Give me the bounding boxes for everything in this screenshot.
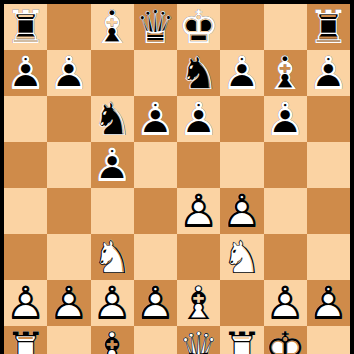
square-d1[interactable]	[134, 326, 177, 354]
piece-black-bishop[interactable]: ♝♗	[264, 50, 307, 96]
square-h8[interactable]: ♜♖	[307, 4, 350, 50]
square-f1[interactable]: ♜♖	[220, 326, 263, 354]
piece-white-bishop[interactable]: ♝♗	[177, 280, 220, 326]
black-pawn-fill-icon: ♟	[265, 96, 306, 142]
square-e7[interactable]: ♞♘	[177, 50, 220, 96]
black-knight-icon: ♘	[178, 50, 219, 96]
square-a3[interactable]	[4, 234, 47, 280]
white-pawn-fill-icon: ♟	[308, 280, 349, 326]
black-pawn-icon: ♙	[5, 50, 46, 96]
black-rook-fill-icon: ♜	[308, 4, 349, 50]
square-g6[interactable]: ♟♙	[264, 96, 307, 142]
chess-board: ♜♖♝♗♛♕♚♔♜♖♟♙♟♙♞♘♟♙♝♗♟♙♞♘♟♙♟♙♟♙♟♙♟♙♟♙♞♘♞♘…	[4, 4, 350, 350]
square-a8[interactable]: ♜♖	[4, 4, 47, 50]
square-g5[interactable]	[264, 142, 307, 188]
black-bishop-icon: ♗	[265, 50, 306, 96]
white-bishop-fill-icon: ♝	[92, 326, 133, 354]
square-c3[interactable]: ♞♘	[91, 234, 134, 280]
square-d8[interactable]: ♛♕	[134, 4, 177, 50]
square-e5[interactable]	[177, 142, 220, 188]
white-rook-fill-icon: ♜	[5, 326, 46, 354]
square-b1[interactable]	[47, 326, 90, 354]
black-pawn-icon: ♙	[308, 50, 349, 96]
square-b2[interactable]: ♟♙	[47, 280, 90, 326]
white-pawn-fill-icon: ♟	[92, 280, 133, 326]
square-b8[interactable]	[47, 4, 90, 50]
square-a1[interactable]: ♜♖	[4, 326, 47, 354]
square-f2[interactable]	[220, 280, 263, 326]
black-king-icon: ♔	[178, 4, 219, 50]
white-pawn-fill-icon: ♟	[178, 188, 219, 234]
white-pawn-icon: ♙	[178, 188, 219, 234]
square-d5[interactable]	[134, 142, 177, 188]
piece-white-pawn[interactable]: ♟♙	[134, 280, 177, 326]
square-d6[interactable]: ♟♙	[134, 96, 177, 142]
white-pawn-fill-icon: ♟	[135, 280, 176, 326]
square-c2[interactable]: ♟♙	[91, 280, 134, 326]
square-c7[interactable]	[91, 50, 134, 96]
square-a2[interactable]: ♟♙	[4, 280, 47, 326]
piece-black-pawn[interactable]: ♟♙	[91, 142, 134, 188]
piece-black-pawn[interactable]: ♟♙	[220, 50, 263, 96]
piece-white-pawn[interactable]: ♟♙	[177, 188, 220, 234]
square-h5[interactable]	[307, 142, 350, 188]
square-d7[interactable]	[134, 50, 177, 96]
square-g8[interactable]	[264, 4, 307, 50]
piece-black-pawn[interactable]: ♟♙	[134, 96, 177, 142]
square-f7[interactable]: ♟♙	[220, 50, 263, 96]
square-a5[interactable]	[4, 142, 47, 188]
square-f5[interactable]	[220, 142, 263, 188]
white-pawn-icon: ♙	[265, 280, 306, 326]
white-knight-icon: ♘	[92, 234, 133, 280]
white-king-fill-icon: ♚	[265, 326, 306, 354]
piece-white-pawn[interactable]: ♟♙	[4, 280, 47, 326]
white-pawn-icon: ♙	[48, 280, 89, 326]
square-h4[interactable]	[307, 188, 350, 234]
square-b3[interactable]	[47, 234, 90, 280]
square-h3[interactable]	[307, 234, 350, 280]
white-king-icon: ♔	[265, 326, 306, 354]
white-pawn-fill-icon: ♟	[48, 280, 89, 326]
piece-white-pawn[interactable]: ♟♙	[47, 280, 90, 326]
square-c8[interactable]: ♝♗	[91, 4, 134, 50]
square-a4[interactable]	[4, 188, 47, 234]
white-pawn-icon: ♙	[308, 280, 349, 326]
piece-black-pawn[interactable]: ♟♙	[307, 50, 350, 96]
square-a7[interactable]: ♟♙	[4, 50, 47, 96]
piece-white-bishop[interactable]: ♝♗	[91, 326, 134, 354]
piece-black-rook[interactable]: ♜♖	[4, 4, 47, 50]
square-f4[interactable]: ♟♙	[220, 188, 263, 234]
square-g2[interactable]: ♟♙	[264, 280, 307, 326]
square-c5[interactable]: ♟♙	[91, 142, 134, 188]
black-queen-icon: ♕	[135, 4, 176, 50]
square-b6[interactable]	[47, 96, 90, 142]
square-d3[interactable]	[134, 234, 177, 280]
piece-white-pawn[interactable]: ♟♙	[307, 280, 350, 326]
square-e2[interactable]: ♝♗	[177, 280, 220, 326]
white-knight-icon: ♘	[221, 234, 262, 280]
square-c6[interactable]: ♞♘	[91, 96, 134, 142]
board-frame: ♜♖♝♗♛♕♚♔♜♖♟♙♟♙♞♘♟♙♝♗♟♙♞♘♟♙♟♙♟♙♟♙♟♙♟♙♞♘♞♘…	[0, 0, 354, 354]
black-pawn-fill-icon: ♟	[48, 50, 89, 96]
black-queen-fill-icon: ♛	[135, 4, 176, 50]
black-pawn-fill-icon: ♟	[221, 50, 262, 96]
piece-black-pawn[interactable]: ♟♙	[177, 96, 220, 142]
piece-black-bishop[interactable]: ♝♗	[91, 4, 134, 50]
black-knight-icon: ♘	[92, 96, 133, 142]
square-e3[interactable]	[177, 234, 220, 280]
white-rook-icon: ♖	[221, 326, 262, 354]
square-a6[interactable]	[4, 96, 47, 142]
piece-white-rook[interactable]: ♜♖	[4, 326, 47, 354]
piece-black-pawn[interactable]: ♟♙	[264, 96, 307, 142]
piece-white-king[interactable]: ♚♔	[264, 326, 307, 354]
black-rook-icon: ♖	[5, 4, 46, 50]
square-c1[interactable]: ♝♗	[91, 326, 134, 354]
square-d2[interactable]: ♟♙	[134, 280, 177, 326]
square-e8[interactable]: ♚♔	[177, 4, 220, 50]
square-h6[interactable]	[307, 96, 350, 142]
black-pawn-icon: ♙	[265, 96, 306, 142]
piece-black-pawn[interactable]: ♟♙	[4, 50, 47, 96]
square-h1[interactable]	[307, 326, 350, 354]
square-f3[interactable]: ♞♘	[220, 234, 263, 280]
black-rook-fill-icon: ♜	[5, 4, 46, 50]
white-rook-fill-icon: ♜	[221, 326, 262, 354]
square-b4[interactable]	[47, 188, 90, 234]
piece-white-pawn[interactable]: ♟♙	[220, 188, 263, 234]
square-e1[interactable]: ♛♕	[177, 326, 220, 354]
square-c4[interactable]	[91, 188, 134, 234]
white-pawn-fill-icon: ♟	[265, 280, 306, 326]
square-f8[interactable]	[220, 4, 263, 50]
black-pawn-icon: ♙	[221, 50, 262, 96]
piece-black-knight[interactable]: ♞♘	[91, 96, 134, 142]
black-bishop-fill-icon: ♝	[265, 50, 306, 96]
white-pawn-fill-icon: ♟	[221, 188, 262, 234]
piece-white-pawn[interactable]: ♟♙	[91, 280, 134, 326]
black-bishop-fill-icon: ♝	[92, 4, 133, 50]
white-knight-fill-icon: ♞	[221, 234, 262, 280]
piece-black-rook[interactable]: ♜♖	[307, 4, 350, 50]
square-h7[interactable]: ♟♙	[307, 50, 350, 96]
square-b7[interactable]: ♟♙	[47, 50, 90, 96]
black-pawn-icon: ♙	[178, 96, 219, 142]
white-pawn-fill-icon: ♟	[5, 280, 46, 326]
square-f6[interactable]	[220, 96, 263, 142]
white-pawn-icon: ♙	[92, 280, 133, 326]
black-pawn-icon: ♙	[48, 50, 89, 96]
square-e6[interactable]: ♟♙	[177, 96, 220, 142]
piece-white-queen[interactable]: ♛♕	[177, 326, 220, 354]
black-knight-fill-icon: ♞	[178, 50, 219, 96]
piece-black-pawn[interactable]: ♟♙	[47, 50, 90, 96]
white-rook-icon: ♖	[5, 326, 46, 354]
white-queen-fill-icon: ♛	[178, 326, 219, 354]
square-g3[interactable]	[264, 234, 307, 280]
square-g1[interactable]: ♚♔	[264, 326, 307, 354]
square-g7[interactable]: ♝♗	[264, 50, 307, 96]
white-pawn-icon: ♙	[135, 280, 176, 326]
black-pawn-icon: ♙	[92, 142, 133, 188]
square-h2[interactable]: ♟♙	[307, 280, 350, 326]
black-rook-icon: ♖	[308, 4, 349, 50]
white-pawn-icon: ♙	[221, 188, 262, 234]
square-d4[interactable]	[134, 188, 177, 234]
white-bishop-icon: ♗	[178, 280, 219, 326]
white-knight-fill-icon: ♞	[92, 234, 133, 280]
black-king-fill-icon: ♚	[178, 4, 219, 50]
black-pawn-fill-icon: ♟	[5, 50, 46, 96]
black-pawn-fill-icon: ♟	[92, 142, 133, 188]
black-knight-fill-icon: ♞	[92, 96, 133, 142]
white-bishop-fill-icon: ♝	[178, 280, 219, 326]
piece-black-king[interactable]: ♚♔	[177, 4, 220, 50]
piece-black-queen[interactable]: ♛♕	[134, 4, 177, 50]
white-queen-icon: ♕	[178, 326, 219, 354]
square-g4[interactable]	[264, 188, 307, 234]
black-pawn-fill-icon: ♟	[178, 96, 219, 142]
piece-white-knight[interactable]: ♞♘	[91, 234, 134, 280]
white-pawn-icon: ♙	[5, 280, 46, 326]
black-pawn-icon: ♙	[135, 96, 176, 142]
white-bishop-icon: ♗	[92, 326, 133, 354]
piece-white-pawn[interactable]: ♟♙	[264, 280, 307, 326]
black-bishop-icon: ♗	[92, 4, 133, 50]
square-b5[interactable]	[47, 142, 90, 188]
black-pawn-fill-icon: ♟	[308, 50, 349, 96]
piece-white-knight[interactable]: ♞♘	[220, 234, 263, 280]
black-pawn-fill-icon: ♟	[135, 96, 176, 142]
piece-black-knight[interactable]: ♞♘	[177, 50, 220, 96]
square-e4[interactable]: ♟♙	[177, 188, 220, 234]
piece-white-rook[interactable]: ♜♖	[220, 326, 263, 354]
